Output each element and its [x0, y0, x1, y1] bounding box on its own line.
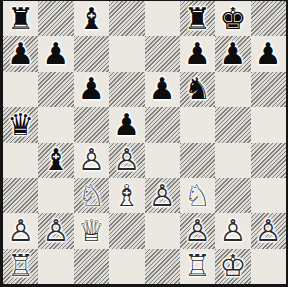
white-bishop-d3: ♗: [113, 181, 140, 211]
black-pawn-b7: ♟: [43, 39, 70, 69]
square-c3[interactable]: ♘: [74, 178, 109, 213]
square-e4[interactable]: [145, 143, 180, 178]
square-d7[interactable]: [109, 36, 144, 71]
square-d3[interactable]: ♗: [109, 178, 144, 213]
square-h6[interactable]: [251, 72, 286, 107]
square-e8[interactable]: [145, 1, 180, 36]
black-pawn-g7: ♟: [219, 39, 246, 69]
square-d5[interactable]: ♟: [109, 107, 144, 142]
square-g1[interactable]: ♔: [215, 249, 250, 284]
board-frame: ♜♝♜♚♟♟♟♟♟♟♟♞♛♟♝♙♙♘♗♙♘♙♙♕♙♙♙♖♖♔: [0, 0, 288, 287]
square-h4[interactable]: [251, 143, 286, 178]
square-b7[interactable]: ♟: [38, 36, 73, 71]
square-b6[interactable]: [38, 72, 73, 107]
white-pawn-f2: ♙: [184, 216, 211, 246]
square-g5[interactable]: [215, 107, 250, 142]
white-knight-f3: ♘: [184, 181, 211, 211]
white-knight-c3: ♘: [78, 181, 105, 211]
square-g3[interactable]: [215, 178, 250, 213]
black-pawn-f7: ♟: [184, 39, 211, 69]
white-pawn-h2: ♙: [255, 216, 282, 246]
black-pawn-c6: ♟: [78, 74, 105, 104]
square-h1[interactable]: [251, 249, 286, 284]
square-f1[interactable]: ♖: [180, 249, 215, 284]
black-rook-a8: ♜: [7, 4, 34, 34]
white-pawn-g2: ♙: [219, 216, 246, 246]
square-e7[interactable]: [145, 36, 180, 71]
square-f8[interactable]: ♜: [180, 1, 215, 36]
square-d4[interactable]: ♙: [109, 143, 144, 178]
black-bishop-c8: ♝: [78, 4, 105, 34]
square-d8[interactable]: [109, 1, 144, 36]
square-a5[interactable]: ♛: [3, 107, 38, 142]
square-e5[interactable]: [145, 107, 180, 142]
square-g8[interactable]: ♚: [215, 1, 250, 36]
white-pawn-c4: ♙: [78, 145, 105, 175]
square-d6[interactable]: [109, 72, 144, 107]
chess-diagram-page: ♜♝♜♚♟♟♟♟♟♟♟♞♛♟♝♙♙♘♗♙♘♙♙♕♙♙♙♖♖♔: [0, 0, 288, 287]
square-d1[interactable]: [109, 249, 144, 284]
black-knight-f6: ♞: [184, 74, 211, 104]
square-h8[interactable]: [251, 1, 286, 36]
black-pawn-e6: ♟: [149, 74, 176, 104]
square-c8[interactable]: ♝: [74, 1, 109, 36]
square-b2[interactable]: ♙: [38, 213, 73, 248]
square-c6[interactable]: ♟: [74, 72, 109, 107]
square-b4[interactable]: ♝: [38, 143, 73, 178]
square-a4[interactable]: [3, 143, 38, 178]
square-a1[interactable]: ♖: [3, 249, 38, 284]
square-f3[interactable]: ♘: [180, 178, 215, 213]
black-pawn-d5: ♟: [113, 110, 140, 140]
square-h3[interactable]: [251, 178, 286, 213]
square-c5[interactable]: [74, 107, 109, 142]
square-a6[interactable]: [3, 72, 38, 107]
white-pawn-d4: ♙: [113, 145, 140, 175]
square-e3[interactable]: ♙: [145, 178, 180, 213]
black-king-g8: ♚: [219, 4, 246, 34]
chess-board: ♜♝♜♚♟♟♟♟♟♟♟♞♛♟♝♙♙♘♗♙♘♙♙♕♙♙♙♖♖♔: [3, 1, 286, 284]
black-pawn-a7: ♟: [7, 39, 34, 69]
square-b8[interactable]: [38, 1, 73, 36]
square-b3[interactable]: [38, 178, 73, 213]
square-c4[interactable]: ♙: [74, 143, 109, 178]
square-a7[interactable]: ♟: [3, 36, 38, 71]
white-pawn-e3: ♙: [149, 181, 176, 211]
square-e6[interactable]: ♟: [145, 72, 180, 107]
square-f4[interactable]: [180, 143, 215, 178]
white-rook-f1: ♖: [184, 251, 211, 281]
square-g6[interactable]: [215, 72, 250, 107]
square-a3[interactable]: [3, 178, 38, 213]
square-h2[interactable]: ♙: [251, 213, 286, 248]
black-pawn-h7: ♟: [255, 39, 282, 69]
square-c1[interactable]: [74, 249, 109, 284]
black-queen-a5: ♛: [7, 110, 34, 140]
black-rook-f8: ♜: [184, 4, 211, 34]
square-h7[interactable]: ♟: [251, 36, 286, 71]
square-f2[interactable]: ♙: [180, 213, 215, 248]
white-queen-c2: ♕: [78, 216, 105, 246]
white-pawn-b2: ♙: [43, 216, 70, 246]
white-rook-a1: ♖: [7, 251, 34, 281]
square-b1[interactable]: [38, 249, 73, 284]
square-f6[interactable]: ♞: [180, 72, 215, 107]
square-c2[interactable]: ♕: [74, 213, 109, 248]
black-bishop-b4: ♝: [43, 145, 70, 175]
white-king-g1: ♔: [219, 251, 246, 281]
square-g4[interactable]: [215, 143, 250, 178]
square-g7[interactable]: ♟: [215, 36, 250, 71]
square-f5[interactable]: [180, 107, 215, 142]
square-g2[interactable]: ♙: [215, 213, 250, 248]
square-f7[interactable]: ♟: [180, 36, 215, 71]
square-c7[interactable]: [74, 36, 109, 71]
square-e2[interactable]: [145, 213, 180, 248]
square-a8[interactable]: ♜: [3, 1, 38, 36]
square-d2[interactable]: [109, 213, 144, 248]
square-a2[interactable]: ♙: [3, 213, 38, 248]
square-e1[interactable]: [145, 249, 180, 284]
square-h5[interactable]: [251, 107, 286, 142]
square-b5[interactable]: [38, 107, 73, 142]
white-pawn-a2: ♙: [7, 216, 34, 246]
